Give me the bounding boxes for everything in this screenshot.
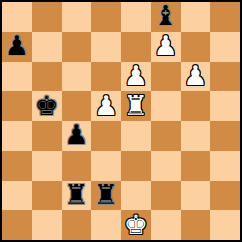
square-b4[interactable] xyxy=(32,121,62,151)
square-c3[interactable] xyxy=(62,151,92,181)
square-f6[interactable] xyxy=(151,62,181,92)
square-g4[interactable] xyxy=(181,121,211,151)
square-c4[interactable]: ♟ xyxy=(62,121,92,151)
square-g6[interactable]: ♟ xyxy=(181,62,211,92)
square-h7[interactable] xyxy=(210,32,240,62)
square-g1[interactable] xyxy=(181,210,211,240)
white-pawn-icon[interactable]: ♟ xyxy=(124,62,148,89)
square-f2[interactable] xyxy=(151,181,181,211)
white-pawn-icon[interactable]: ♟ xyxy=(94,92,118,119)
square-b5[interactable]: ♚ xyxy=(32,91,62,121)
square-b8[interactable] xyxy=(32,2,62,32)
square-b2[interactable] xyxy=(32,181,62,211)
square-b3[interactable] xyxy=(32,151,62,181)
square-c6[interactable] xyxy=(62,62,92,92)
square-f1[interactable] xyxy=(151,210,181,240)
square-h4[interactable] xyxy=(210,121,240,151)
square-d3[interactable] xyxy=(91,151,121,181)
square-c1[interactable] xyxy=(62,210,92,240)
square-f4[interactable] xyxy=(151,121,181,151)
square-h5[interactable] xyxy=(210,91,240,121)
square-a7[interactable]: ♟ xyxy=(2,32,32,62)
white-rook-icon[interactable]: ♜ xyxy=(124,92,148,119)
white-pawn-icon[interactable]: ♟ xyxy=(154,32,178,59)
square-e1[interactable]: ♚ xyxy=(121,210,151,240)
square-g3[interactable] xyxy=(181,151,211,181)
square-h2[interactable] xyxy=(210,181,240,211)
square-f5[interactable] xyxy=(151,91,181,121)
square-d6[interactable] xyxy=(91,62,121,92)
square-b7[interactable] xyxy=(32,32,62,62)
square-d4[interactable] xyxy=(91,121,121,151)
square-a2[interactable] xyxy=(2,181,32,211)
square-a8[interactable] xyxy=(2,2,32,32)
square-g2[interactable] xyxy=(181,181,211,211)
square-b6[interactable] xyxy=(32,62,62,92)
square-a1[interactable] xyxy=(2,210,32,240)
square-e7[interactable] xyxy=(121,32,151,62)
white-pawn-icon[interactable]: ♟ xyxy=(183,62,207,89)
square-f7[interactable]: ♟ xyxy=(151,32,181,62)
square-e4[interactable] xyxy=(121,121,151,151)
square-h8[interactable] xyxy=(210,2,240,32)
black-pawn-icon[interactable]: ♟ xyxy=(64,121,88,148)
square-d2[interactable]: ♜ xyxy=(91,181,121,211)
black-rook-icon[interactable]: ♜ xyxy=(64,181,88,208)
square-c5[interactable] xyxy=(62,91,92,121)
square-c7[interactable] xyxy=(62,32,92,62)
black-bishop-icon[interactable]: ♝ xyxy=(154,2,178,29)
white-king-icon[interactable]: ♚ xyxy=(124,211,148,238)
square-g8[interactable] xyxy=(181,2,211,32)
square-h6[interactable] xyxy=(210,62,240,92)
square-f8[interactable]: ♝ xyxy=(151,2,181,32)
square-a5[interactable] xyxy=(2,91,32,121)
chess-board: ♝♟♟♟♟♚♟♜♟♜♜♚ xyxy=(0,0,242,242)
square-g5[interactable] xyxy=(181,91,211,121)
square-d8[interactable] xyxy=(91,2,121,32)
square-d1[interactable] xyxy=(91,210,121,240)
square-e3[interactable] xyxy=(121,151,151,181)
square-e6[interactable]: ♟ xyxy=(121,62,151,92)
square-a6[interactable] xyxy=(2,62,32,92)
square-h3[interactable] xyxy=(210,151,240,181)
square-d7[interactable] xyxy=(91,32,121,62)
square-g7[interactable] xyxy=(181,32,211,62)
square-b1[interactable] xyxy=(32,210,62,240)
square-h1[interactable] xyxy=(210,210,240,240)
black-pawn-icon[interactable]: ♟ xyxy=(5,32,29,59)
square-c8[interactable] xyxy=(62,2,92,32)
square-d5[interactable]: ♟ xyxy=(91,91,121,121)
square-e5[interactable]: ♜ xyxy=(121,91,151,121)
square-a3[interactable] xyxy=(2,151,32,181)
black-rook-icon[interactable]: ♜ xyxy=(94,181,118,208)
square-e2[interactable] xyxy=(121,181,151,211)
square-e8[interactable] xyxy=(121,2,151,32)
square-a4[interactable] xyxy=(2,121,32,151)
square-c2[interactable]: ♜ xyxy=(62,181,92,211)
black-king-icon[interactable]: ♚ xyxy=(35,92,59,119)
square-f3[interactable] xyxy=(151,151,181,181)
